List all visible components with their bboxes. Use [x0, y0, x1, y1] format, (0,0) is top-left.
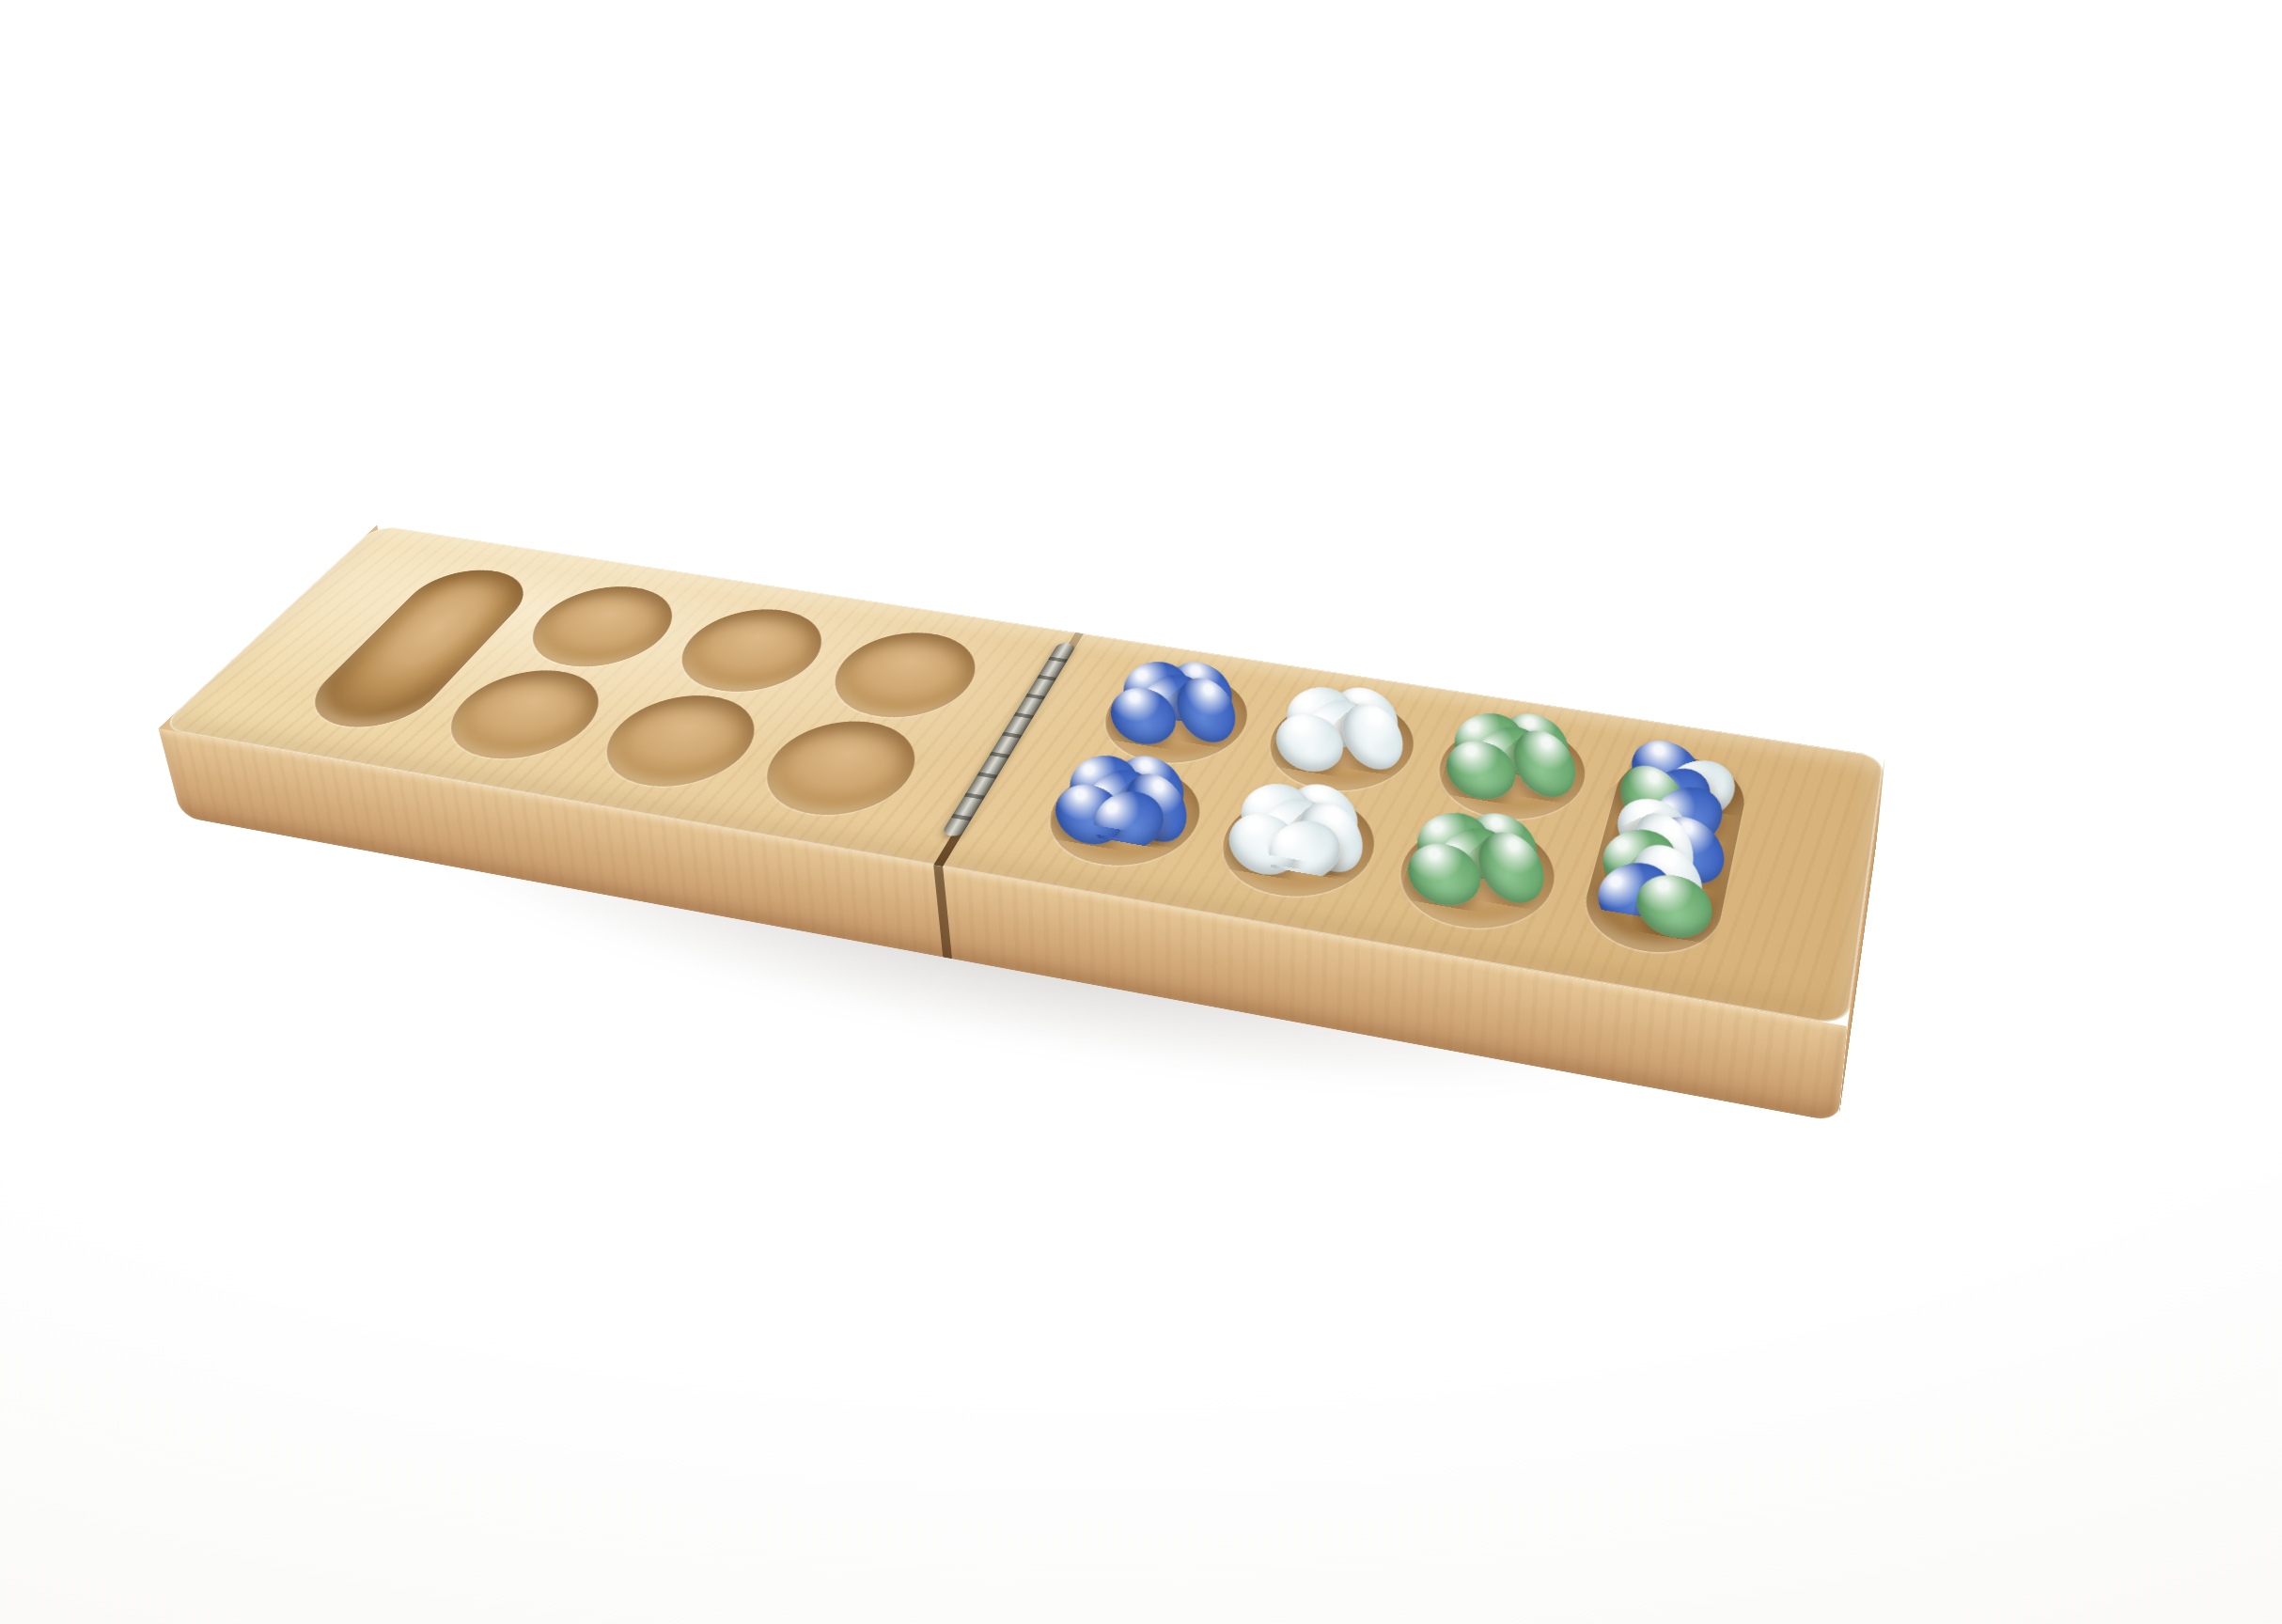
store-left	[289, 563, 545, 735]
pit-N3[interactable]	[811, 624, 995, 726]
scene	[0, 0, 2282, 1624]
pit-S1[interactable]	[422, 662, 624, 769]
pit-S3[interactable]	[741, 712, 937, 825]
pit-S5[interactable]	[1203, 785, 1390, 908]
fold-seam-front	[933, 865, 952, 959]
product-photo-background	[0, 0, 2282, 1624]
pit-S2[interactable]	[579, 686, 778, 796]
pit-N1[interactable]	[507, 579, 696, 676]
pit-S4[interactable]	[1027, 757, 1218, 877]
pit-N2[interactable]	[657, 601, 844, 701]
pit-S6[interactable]	[1383, 813, 1567, 940]
mancala-board	[159, 525, 1885, 1027]
store-right	[1575, 748, 1752, 962]
